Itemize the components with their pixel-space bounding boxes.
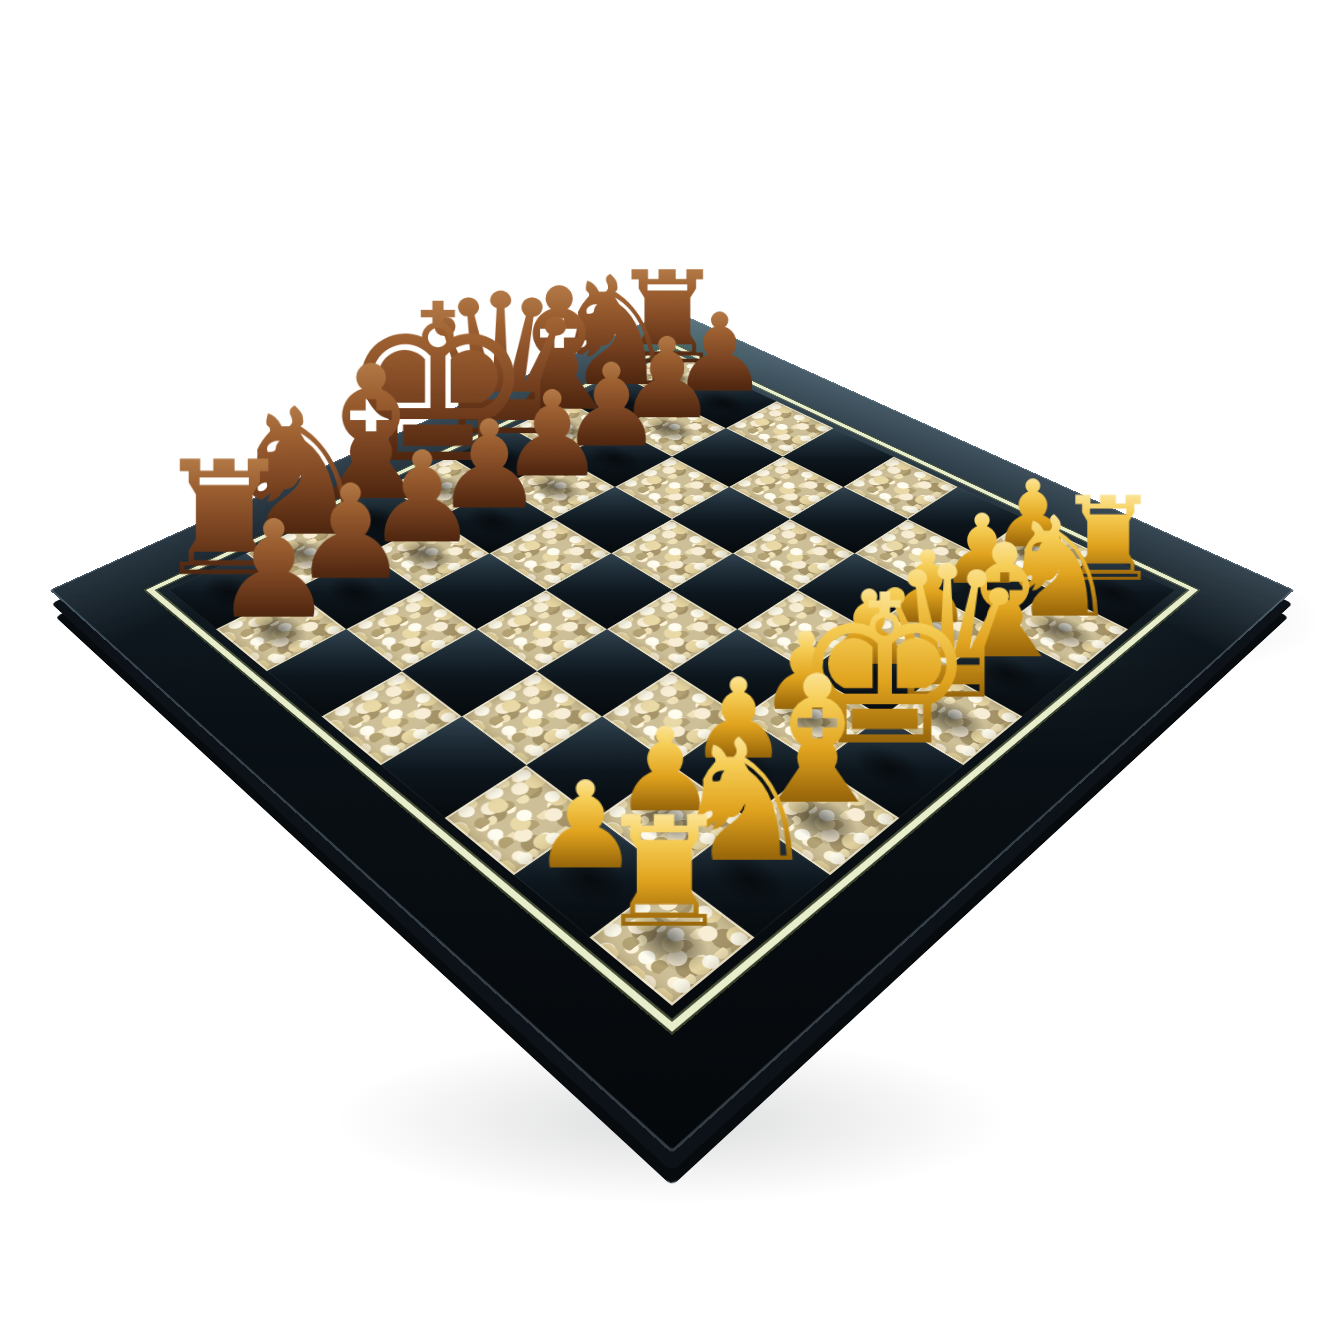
white-rook-glyph: ♜ (595, 797, 732, 950)
square-h7: ♟♟ (216, 590, 346, 671)
black-pawn-glyph: ♟ (213, 502, 334, 637)
inlay-border: ♜♜♟♟♟♟♜♜♞♞♟♟♟♟♞♞♝♝♟♟♟♟♝♝♛♛♟♟♟♟♛♛♚♚♟♟♟♟♚♚… (146, 343, 1198, 1031)
square-h1: ♜♜ (589, 875, 754, 1006)
board-grid: ♜♜♟♟♟♟♜♜♞♞♟♟♟♟♞♞♝♝♟♟♟♟♝♝♛♛♟♟♟♟♛♛♚♚♟♟♟♟♚♚… (169, 352, 1176, 1006)
chess-board: ♜♜♟♟♟♟♜♜♞♞♟♟♟♟♞♞♝♝♟♟♟♟♝♝♛♛♟♟♟♟♛♛♚♚♟♟♟♟♚♚… (50, 310, 1295, 1154)
piece-reflection: ♜ (595, 944, 732, 1097)
product-photo-scene: ♜♜♟♟♟♟♜♜♞♞♟♟♟♟♞♞♝♝♟♟♟♟♝♝♛♛♟♟♟♟♛♛♚♚♟♟♟♟♚♚… (0, 0, 1344, 1344)
board-slab: ♜♜♟♟♟♟♜♜♞♞♟♟♟♟♞♞♝♝♟♟♟♟♝♝♛♛♟♟♟♟♛♛♚♚♟♟♟♟♚♚… (50, 310, 1295, 1154)
